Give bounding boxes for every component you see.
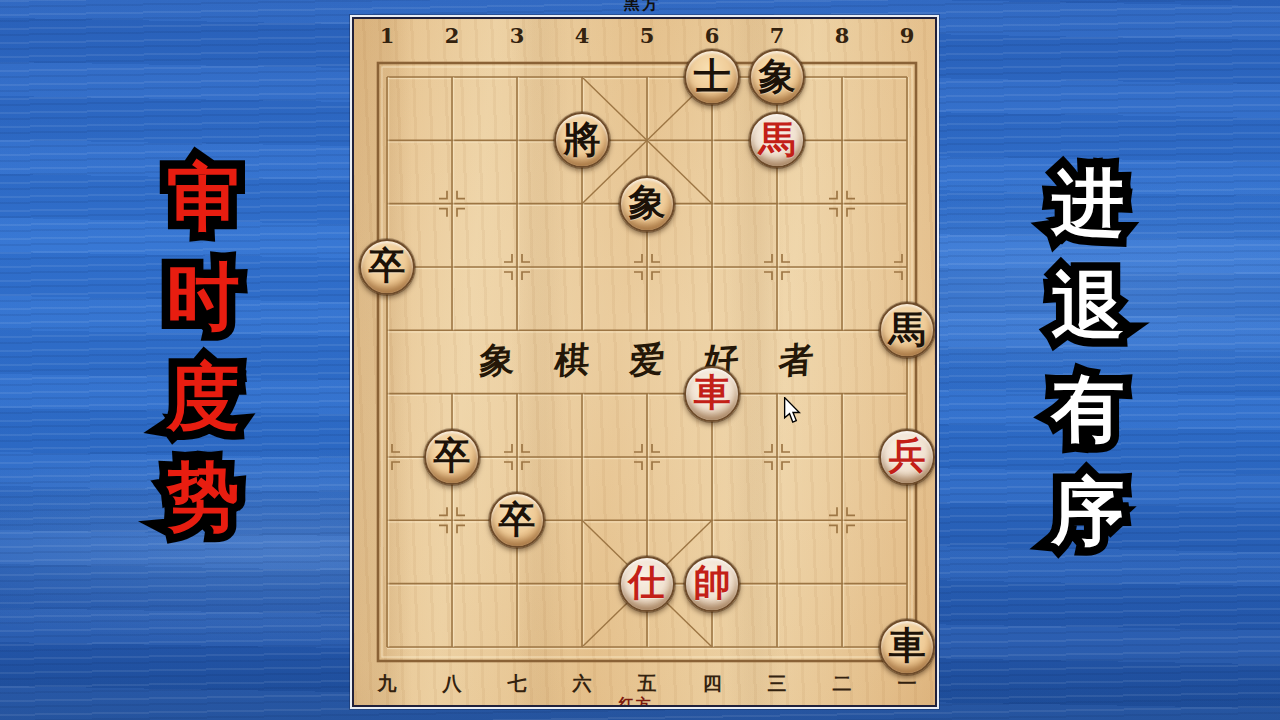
file-label-top-1: 1 (374, 23, 400, 48)
caption-char-审: 审 (153, 160, 253, 260)
file-label-bottom-8: 二 (829, 671, 855, 697)
file-label-bottom-2: 八 (439, 671, 465, 697)
caption-right: 进退有序 (1038, 166, 1138, 578)
file-label-bottom-6: 四 (699, 671, 725, 697)
file-label-bottom-3: 七 (504, 671, 530, 697)
file-label-bottom-4: 六 (569, 671, 595, 697)
file-label-top-3: 3 (504, 23, 530, 48)
piece-glyph: 象 (759, 58, 796, 95)
file-label-top-8: 8 (829, 23, 855, 48)
piece-black-車[interactable]: 車 (879, 619, 935, 675)
river-char-5: 者 (773, 335, 819, 385)
piece-black-士[interactable]: 士 (684, 49, 740, 105)
file-label-top-2: 2 (439, 23, 465, 48)
piece-glyph: 士 (694, 58, 731, 95)
red-side-label: 红方 (608, 695, 664, 707)
piece-red-兵[interactable]: 兵 (879, 429, 935, 485)
river-char-3: 爱 (623, 335, 669, 385)
caption-char-时: 时 (153, 260, 253, 360)
file-label-top-7: 7 (764, 23, 790, 48)
file-label-bottom-5: 五 (634, 671, 660, 697)
piece-black-象[interactable]: 象 (619, 176, 675, 232)
piece-black-馬[interactable]: 馬 (879, 302, 935, 358)
screen: { "game": "xiangqi (Chinese chess)", "po… (0, 0, 1280, 720)
mouse-cursor (783, 397, 801, 424)
file-label-top-5: 5 (634, 23, 660, 48)
file-label-top-6: 6 (699, 23, 725, 48)
piece-red-帥[interactable]: 帥 (684, 556, 740, 612)
piece-glyph: 卒 (369, 247, 406, 284)
piece-glyph: 仕 (629, 564, 666, 601)
piece-glyph: 將 (564, 121, 601, 158)
caption-char-序: 序 (1038, 475, 1138, 578)
piece-glyph: 車 (889, 627, 926, 664)
caption-char-有: 有 (1038, 372, 1138, 475)
piece-black-將[interactable]: 將 (554, 112, 610, 168)
river-char-2: 棋 (549, 335, 595, 385)
piece-glyph: 馬 (889, 311, 926, 348)
piece-glyph: 象 (629, 184, 666, 221)
caption-char-进: 进 (1038, 166, 1138, 269)
xiangqi-board[interactable]: 123456789九八七六五四三二一 象棋爱好者 士象將馬象卒馬車卒兵卒仕帥車 … (352, 17, 937, 707)
piece-black-卒[interactable]: 卒 (489, 492, 545, 548)
file-label-bottom-7: 三 (764, 671, 790, 697)
piece-red-馬[interactable]: 馬 (749, 112, 805, 168)
piece-red-仕[interactable]: 仕 (619, 556, 675, 612)
piece-glyph: 車 (694, 374, 731, 411)
file-label-top-4: 4 (569, 23, 595, 48)
piece-glyph: 馬 (759, 121, 796, 158)
piece-red-車[interactable]: 車 (684, 366, 740, 422)
piece-black-卒[interactable]: 卒 (424, 429, 480, 485)
caption-char-势: 势 (153, 460, 253, 560)
piece-glyph: 帥 (694, 564, 731, 601)
file-label-top-9: 9 (894, 23, 920, 48)
piece-black-象[interactable]: 象 (749, 49, 805, 105)
piece-glyph: 卒 (434, 437, 471, 474)
caption-left: 审时度势 (153, 160, 253, 560)
caption-char-度: 度 (153, 360, 253, 460)
piece-glyph: 兵 (889, 437, 926, 474)
river-char-1: 象 (474, 335, 520, 385)
caption-char-退: 退 (1038, 269, 1138, 372)
file-label-bottom-1: 九 (374, 671, 400, 697)
piece-black-卒[interactable]: 卒 (359, 239, 415, 295)
piece-glyph: 卒 (499, 501, 536, 538)
black-side-label: 黑方 (616, 0, 668, 15)
